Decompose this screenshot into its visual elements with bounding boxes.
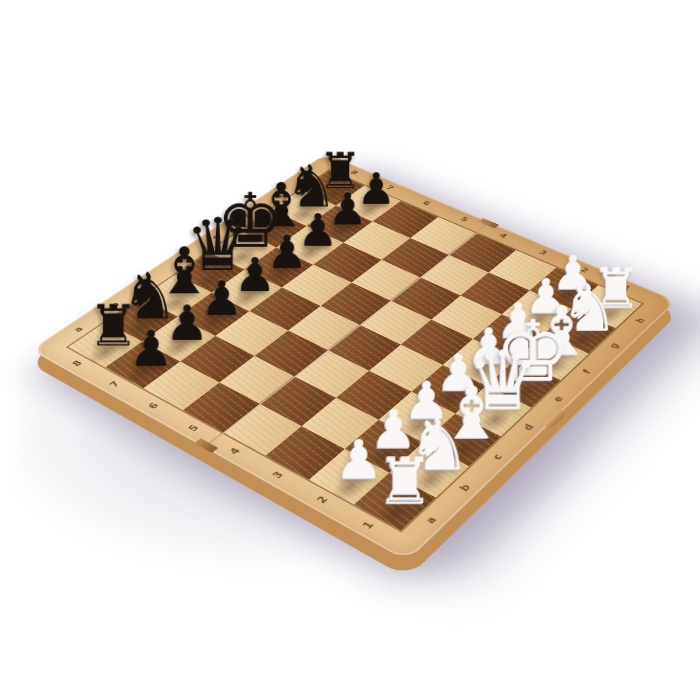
chessboard-scene: abcdefgh abcdefgh 87654321 87654321 ♜♞♝♛… <box>0 0 700 700</box>
piece-white-rook-a1[interactable]: ♜ <box>376 450 434 511</box>
piece-black-pawn-a7[interactable]: ♟ <box>128 326 173 373</box>
